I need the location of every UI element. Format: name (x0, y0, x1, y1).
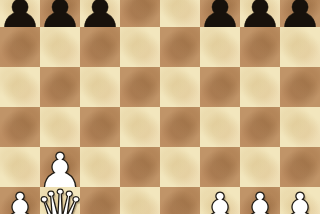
square[interactable] (240, 27, 280, 67)
square[interactable] (120, 107, 160, 147)
white-pawn[interactable]: ♟ (277, 186, 320, 214)
square[interactable] (80, 27, 120, 67)
square[interactable] (200, 107, 240, 147)
square[interactable] (240, 107, 280, 147)
square[interactable]: ♟ (200, 0, 240, 27)
square[interactable] (240, 67, 280, 107)
square[interactable] (160, 0, 200, 27)
square[interactable] (120, 27, 160, 67)
square[interactable] (160, 67, 200, 107)
square[interactable] (240, 147, 280, 187)
square[interactable] (160, 147, 200, 187)
square[interactable] (280, 107, 320, 147)
square[interactable]: ♟ (240, 187, 280, 214)
square[interactable]: ♟ (80, 0, 120, 27)
square[interactable] (0, 107, 40, 147)
square[interactable] (120, 147, 160, 187)
square[interactable]: ♟ (280, 0, 320, 27)
board-grid: ♟♟♟♟♟♟♟♟♛♟♟♟ (0, 0, 320, 214)
square[interactable]: ♟ (240, 0, 280, 27)
square[interactable] (0, 27, 40, 67)
square[interactable]: ♟ (200, 187, 240, 214)
square[interactable] (200, 147, 240, 187)
square[interactable] (40, 107, 80, 147)
square[interactable] (40, 27, 80, 67)
square[interactable] (120, 0, 160, 27)
square[interactable] (120, 187, 160, 214)
square[interactable] (280, 67, 320, 107)
square[interactable] (40, 67, 80, 107)
square[interactable]: ♟ (40, 0, 80, 27)
square[interactable] (280, 27, 320, 67)
chess-board: ♟♟♟♟♟♟♟♟♛♟♟♟ (0, 0, 320, 214)
square[interactable] (0, 67, 40, 107)
square[interactable] (160, 187, 200, 214)
square[interactable]: ♛ (40, 187, 80, 214)
square[interactable] (80, 147, 120, 187)
square[interactable] (200, 27, 240, 67)
square[interactable] (80, 67, 120, 107)
square[interactable]: ♟ (280, 187, 320, 214)
square[interactable] (160, 27, 200, 67)
square[interactable] (200, 67, 240, 107)
square[interactable] (80, 187, 120, 214)
square[interactable] (80, 107, 120, 147)
square[interactable]: ♟ (0, 0, 40, 27)
square[interactable] (160, 107, 200, 147)
square[interactable] (280, 147, 320, 187)
white-queen[interactable]: ♛ (35, 183, 85, 214)
square[interactable] (120, 67, 160, 107)
